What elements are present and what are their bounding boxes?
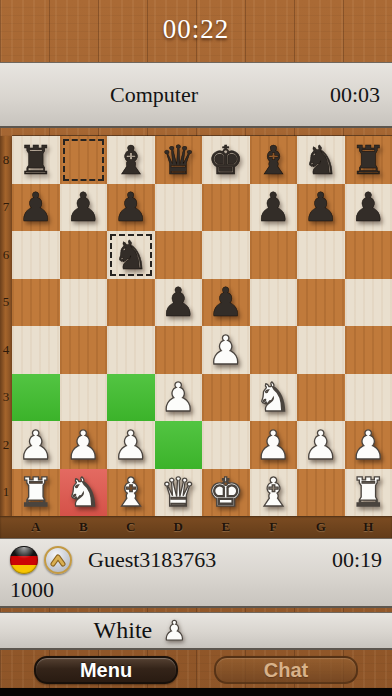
square-h2[interactable]: ♟ (345, 421, 392, 469)
file-label-g: G (297, 516, 345, 538)
chess-board: ♜♝♛♚♝♞♜♟♟♟♟♟♟♞♟♟♟♟♞♟♟♟♟♟♟♜♞♝♛♚♝♜ (12, 136, 392, 516)
chess-app-screen: 00:22 Computer 00:03 87654321 ♜♝♛♚♝♞♜♟♟♟… (0, 0, 392, 696)
square-a3[interactable] (12, 374, 60, 422)
player-name: Guest3183763 (88, 547, 216, 573)
square-h5[interactable] (345, 279, 392, 327)
square-g7[interactable]: ♟ (297, 184, 345, 232)
square-d2[interactable] (155, 421, 203, 469)
square-c6[interactable]: ♞ (107, 231, 155, 279)
black-rook: ♜ (345, 136, 392, 184)
rank-label-8: 8 (0, 136, 12, 184)
turn-label: White (94, 617, 153, 644)
square-f1[interactable]: ♝ (250, 469, 298, 517)
square-b6[interactable] (60, 231, 108, 279)
square-d1[interactable]: ♛ (155, 469, 203, 517)
white-pawn: ♟ (12, 421, 60, 469)
square-a5[interactable] (12, 279, 60, 327)
square-d6[interactable] (155, 231, 203, 279)
square-e1[interactable]: ♚ (202, 469, 250, 517)
opponent-clock: 00:03 (330, 63, 380, 126)
white-bishop: ♝ (250, 469, 298, 517)
square-c7[interactable]: ♟ (107, 184, 155, 232)
square-g6[interactable] (297, 231, 345, 279)
square-e4[interactable]: ♟ (202, 326, 250, 374)
square-f6[interactable] (250, 231, 298, 279)
square-a4[interactable] (12, 326, 60, 374)
black-pawn: ♟ (345, 184, 392, 232)
square-h7[interactable]: ♟ (345, 184, 392, 232)
square-c4[interactable] (107, 326, 155, 374)
rank-label-4: 4 (0, 326, 12, 374)
square-f8[interactable]: ♝ (250, 136, 298, 184)
rank-label-7: 7 (0, 184, 12, 232)
turn-indicator-bar: White ♟ (0, 612, 392, 650)
square-f3[interactable]: ♞ (250, 374, 298, 422)
square-d3[interactable]: ♟ (155, 374, 203, 422)
white-pawn-icon: ♟ (162, 617, 186, 644)
square-b8[interactable] (60, 136, 108, 184)
white-pawn: ♟ (155, 374, 203, 422)
square-f7[interactable]: ♟ (250, 184, 298, 232)
black-queen: ♛ (155, 136, 203, 184)
rank-label-3: 3 (0, 374, 12, 422)
square-a1[interactable]: ♜ (12, 469, 60, 517)
square-c1[interactable]: ♝ (107, 469, 155, 517)
square-a7[interactable]: ♟ (12, 184, 60, 232)
file-label-c: C (107, 516, 155, 538)
square-a6[interactable] (12, 231, 60, 279)
square-e5[interactable]: ♟ (202, 279, 250, 327)
square-g1[interactable] (297, 469, 345, 517)
square-f2[interactable]: ♟ (250, 421, 298, 469)
chat-button[interactable]: Chat (214, 656, 358, 684)
square-g2[interactable]: ♟ (297, 421, 345, 469)
player-bar: Guest3183763 00:19 1000 (0, 538, 392, 608)
white-queen: ♛ (155, 469, 203, 517)
file-label-e: E (202, 516, 250, 538)
square-d4[interactable] (155, 326, 203, 374)
square-d7[interactable] (155, 184, 203, 232)
square-d5[interactable]: ♟ (155, 279, 203, 327)
rank-label-5: 5 (0, 279, 12, 327)
black-pawn: ♟ (202, 279, 250, 327)
file-strip: ABCDEFGH (0, 516, 392, 538)
square-c3[interactable] (107, 374, 155, 422)
file-labels: ABCDEFGH (12, 516, 392, 538)
black-pawn: ♟ (12, 184, 60, 232)
black-pawn: ♟ (250, 184, 298, 232)
square-g4[interactable] (297, 326, 345, 374)
player-clock: 00:19 (332, 547, 382, 573)
rank-label-6: 6 (0, 231, 12, 279)
menu-button[interactable]: Menu (34, 656, 178, 684)
black-rook: ♜ (12, 136, 60, 184)
square-b2[interactable]: ♟ (60, 421, 108, 469)
white-pawn: ♟ (202, 326, 250, 374)
square-e2[interactable] (202, 421, 250, 469)
game-total-clock: 00:22 (0, 14, 392, 45)
square-e3[interactable] (202, 374, 250, 422)
rank-label-2: 2 (0, 421, 12, 469)
square-e7[interactable] (202, 184, 250, 232)
white-pawn: ♟ (107, 421, 155, 469)
square-c8[interactable]: ♝ (107, 136, 155, 184)
square-h8[interactable]: ♜ (345, 136, 392, 184)
square-b4[interactable] (60, 326, 108, 374)
black-knight: ♞ (297, 136, 345, 184)
square-g8[interactable]: ♞ (297, 136, 345, 184)
white-king: ♚ (202, 469, 250, 517)
square-b3[interactable] (60, 374, 108, 422)
file-label-f: F (250, 516, 298, 538)
black-knight: ♞ (107, 231, 155, 279)
square-e6[interactable] (202, 231, 250, 279)
square-h6[interactable] (345, 231, 392, 279)
square-a2[interactable]: ♟ (12, 421, 60, 469)
white-knight: ♞ (60, 469, 108, 517)
rank-label-1: 1 (0, 469, 12, 517)
opponent-bar: Computer 00:03 (0, 62, 392, 128)
rank-labels: 87654321 (0, 136, 12, 516)
black-pawn: ♟ (60, 184, 108, 232)
white-pawn: ♟ (250, 421, 298, 469)
black-king: ♚ (202, 136, 250, 184)
square-c2[interactable]: ♟ (107, 421, 155, 469)
file-label-a: A (12, 516, 60, 538)
square-f5[interactable] (250, 279, 298, 327)
square-a8[interactable]: ♜ (12, 136, 60, 184)
white-pawn: ♟ (297, 421, 345, 469)
square-d8[interactable]: ♛ (155, 136, 203, 184)
white-rook: ♜ (345, 469, 392, 517)
white-pawn: ♟ (345, 421, 392, 469)
file-label-h: H (345, 516, 392, 538)
square-b7[interactable]: ♟ (60, 184, 108, 232)
file-label-b: B (60, 516, 108, 538)
black-pawn: ♟ (107, 184, 155, 232)
square-f4[interactable] (250, 326, 298, 374)
bottom-edge (0, 688, 392, 696)
white-bishop: ♝ (107, 469, 155, 517)
white-knight: ♞ (250, 374, 298, 422)
square-c5[interactable] (107, 279, 155, 327)
rank-chevron-icon (44, 546, 72, 574)
black-bishop: ♝ (250, 136, 298, 184)
german-flag-icon (10, 546, 38, 574)
square-h4[interactable] (345, 326, 392, 374)
white-pawn: ♟ (60, 421, 108, 469)
black-pawn: ♟ (297, 184, 345, 232)
square-b1[interactable]: ♞ (60, 469, 108, 517)
last-move-marker (63, 139, 105, 181)
square-h1[interactable]: ♜ (345, 469, 392, 517)
square-g5[interactable] (297, 279, 345, 327)
black-bishop: ♝ (107, 136, 155, 184)
turn-indicator: White ♟ (0, 613, 280, 648)
opponent-name: Computer (0, 63, 308, 126)
square-h3[interactable] (345, 374, 392, 422)
white-rook: ♜ (12, 469, 60, 517)
file-label-d: D (155, 516, 203, 538)
square-e8[interactable]: ♚ (202, 136, 250, 184)
square-b5[interactable] (60, 279, 108, 327)
black-pawn: ♟ (155, 279, 203, 327)
player-rating: 1000 (10, 577, 54, 603)
square-g3[interactable] (297, 374, 345, 422)
